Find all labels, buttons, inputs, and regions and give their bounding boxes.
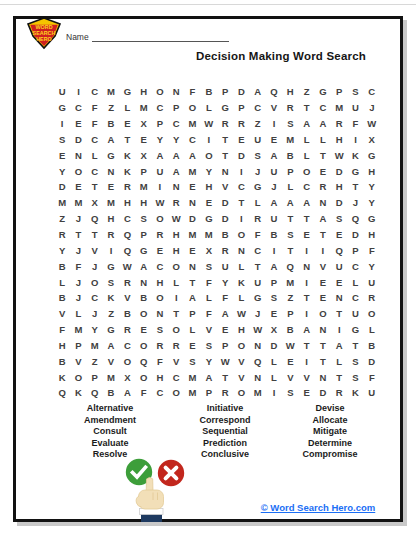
grid-cell: V <box>70 353 86 369</box>
grid-cell: N <box>331 290 347 306</box>
grid-cell: O <box>135 306 151 322</box>
grid-cell: L <box>201 100 217 116</box>
grid-cell: M <box>184 369 200 385</box>
grid-cell: C <box>87 290 103 306</box>
grid-cell: L <box>298 132 314 148</box>
grid-cell: A <box>331 338 347 354</box>
grid-cell: G <box>347 322 363 338</box>
grid-cell: E <box>135 322 151 338</box>
grid-cell: N <box>315 322 331 338</box>
logo-search-text: SEARCH <box>33 30 56 36</box>
grid-cell: K <box>54 369 70 385</box>
grid-cell: M <box>103 369 119 385</box>
grid-cell: B <box>266 227 282 243</box>
grid-cell: O <box>87 274 103 290</box>
grid-cell: Z <box>54 211 70 227</box>
grid-cell: I <box>201 132 217 148</box>
grid-cell: F <box>87 116 103 132</box>
grid-cell: Q <box>119 242 135 258</box>
grid-cell: T <box>347 179 363 195</box>
word-list-item: Determine <box>270 438 390 450</box>
grid-cell: Y <box>152 132 168 148</box>
grid-cell: H <box>135 84 151 100</box>
grid-cell: U <box>331 258 347 274</box>
grid-cell: G <box>103 322 119 338</box>
grid-cell: Z <box>298 84 314 100</box>
puzzle-title: Decision Making Word Search <box>196 50 366 62</box>
grid-cell: O <box>233 385 249 401</box>
word-search-hero-link[interactable]: © Word Search Hero.com <box>234 502 402 513</box>
grid-cell: I <box>298 306 314 322</box>
grid-cell: W <box>217 353 233 369</box>
grid-cell: F <box>152 353 168 369</box>
grid-cell: W <box>282 338 298 354</box>
grid-cell: F <box>201 306 217 322</box>
grid-cell: A <box>250 84 266 100</box>
grid-cell: S <box>184 353 200 369</box>
grid-cell: H <box>364 227 380 243</box>
grid-cell: A <box>315 116 331 132</box>
grid-cell: C <box>347 258 363 274</box>
grid-cell: S <box>54 132 70 148</box>
grid-cell: M <box>184 385 200 401</box>
grid-cell: F <box>54 322 70 338</box>
grid-cell: R <box>168 338 184 354</box>
word-list-item: Amendment <box>50 415 170 427</box>
grid-cell: T <box>298 211 314 227</box>
grid-cell: B <box>282 322 298 338</box>
word-list-column-2: InitiativeCorrespondSequentialPrediction… <box>165 403 285 461</box>
grid-cell: I <box>103 242 119 258</box>
grid-cell: J <box>364 100 380 116</box>
grid-cell: G <box>364 211 380 227</box>
grid-cell: T <box>298 290 314 306</box>
word-list-item: Initiative <box>165 403 285 415</box>
grid-cell: T <box>298 338 314 354</box>
grid-cell: E <box>184 242 200 258</box>
grid-cell: R <box>250 211 266 227</box>
grid-cell: C <box>250 100 266 116</box>
grid-cell: S <box>347 369 363 385</box>
grid-cell: F <box>347 116 363 132</box>
grid-cell: C <box>298 179 314 195</box>
grid-cell: W <box>201 116 217 132</box>
grid-cell: U <box>152 163 168 179</box>
grid-cell: I <box>266 242 282 258</box>
grid-cell: F <box>364 242 380 258</box>
grid-cell: O <box>364 306 380 322</box>
grid-cell: J <box>347 195 363 211</box>
logo-hero-text: HERO <box>36 36 52 42</box>
grid-cell: F <box>250 227 266 243</box>
grid-cell: T <box>282 242 298 258</box>
grid-cell: A <box>266 195 282 211</box>
grid-cell: F <box>364 369 380 385</box>
grid-cell: K <box>70 385 86 401</box>
grid-cell: P <box>152 116 168 132</box>
grid-cell: T <box>70 227 86 243</box>
grid-cell: B <box>135 290 151 306</box>
grid-cell: Y <box>87 322 103 338</box>
grid-cell: R <box>103 227 119 243</box>
grid-cell: T <box>87 179 103 195</box>
grid-cell: E <box>217 322 233 338</box>
grid-cell: Z <box>250 116 266 132</box>
grid-cell: I <box>152 179 168 195</box>
word-list-column-3: DeviseAllocateMitigateDetermineCompromis… <box>270 403 390 461</box>
grid-cell: O <box>70 369 86 385</box>
grid-cell: E <box>331 274 347 290</box>
grid-cell: P <box>168 100 184 116</box>
grid-cell: Y <box>168 132 184 148</box>
grid-cell: Q <box>119 227 135 243</box>
grid-cell: Y <box>201 353 217 369</box>
grid-cell: Q <box>282 258 298 274</box>
grid-cell: Q <box>54 385 70 401</box>
grid-cell: P <box>184 306 200 322</box>
grid-cell: S <box>152 322 168 338</box>
grid-cell: N <box>217 163 233 179</box>
grid-cell: H <box>152 369 168 385</box>
grid-cell: T <box>217 132 233 148</box>
grid-cell: V <box>233 353 249 369</box>
grid-cell: C <box>233 179 249 195</box>
worksheet: WORD SEARCH HERO Name Decision Making Wo… <box>13 16 403 522</box>
word-grid: UICMGHONFBPDAQHZGPSCGCFZLMCPOLGPCVRTCMUJ… <box>54 84 380 401</box>
word-list-item: Allocate <box>270 415 390 427</box>
grid-cell: V <box>217 179 233 195</box>
grid-cell: V <box>201 322 217 338</box>
grid-cell: L <box>266 353 282 369</box>
grid-cell: G <box>217 100 233 116</box>
grid-cell: C <box>87 163 103 179</box>
word-list-item: Correspond <box>165 415 285 427</box>
grid-cell: T <box>298 100 314 116</box>
grid-cell: T <box>331 369 347 385</box>
grid-cell: C <box>250 242 266 258</box>
grid-cell: W <box>233 306 249 322</box>
grid-cell: R <box>315 179 331 195</box>
grid-cell: M <box>135 179 151 195</box>
grid-cell: L <box>184 322 200 338</box>
grid-cell: Y <box>54 163 70 179</box>
grid-cell: O <box>315 306 331 322</box>
grid-cell: S <box>282 116 298 132</box>
grid-cell: G <box>119 84 135 100</box>
grid-cell: Y <box>364 179 380 195</box>
grid-cell: M <box>201 227 217 243</box>
grid-cell: J <box>266 179 282 195</box>
grid-cell: F <box>135 385 151 401</box>
grid-cell: G <box>54 100 70 116</box>
grid-cell: H <box>364 163 380 179</box>
grid-cell: L <box>347 274 363 290</box>
grid-cell: L <box>282 179 298 195</box>
word-search-hero-logo: WORD SEARCH HERO <box>26 17 62 50</box>
grid-cell: J <box>70 242 86 258</box>
grid-cell: U <box>364 274 380 290</box>
grid-cell: E <box>266 306 282 322</box>
grid-cell: A <box>168 147 184 163</box>
grid-cell: G <box>103 258 119 274</box>
grid-cell: V <box>87 242 103 258</box>
grid-cell: D <box>54 179 70 195</box>
grid-cell: X <box>266 322 282 338</box>
grid-cell: S <box>201 258 217 274</box>
grid-cell: K <box>233 274 249 290</box>
grid-cell: D <box>266 338 282 354</box>
grid-cell: Y <box>54 242 70 258</box>
grid-cell: H <box>331 132 347 148</box>
grid-cell: T <box>217 147 233 163</box>
page-top-rule <box>0 4 416 5</box>
grid-cell: S <box>282 227 298 243</box>
grid-cell: C <box>70 100 86 116</box>
grid-cell: H <box>54 338 70 354</box>
grid-cell: S <box>250 147 266 163</box>
grid-cell: A <box>168 163 184 179</box>
grid-cell: E <box>282 353 298 369</box>
grid-cell: C <box>87 84 103 100</box>
grid-cell: Q <box>135 353 151 369</box>
grid-cell: D <box>347 227 363 243</box>
grid-cell: C <box>364 84 380 100</box>
grid-cell: M <box>103 84 119 100</box>
grid-cell: O <box>298 163 314 179</box>
grid-cell: I <box>347 132 363 148</box>
grid-cell: R <box>152 338 168 354</box>
name-label: Name <box>66 32 89 42</box>
grid-cell: R <box>54 227 70 243</box>
grid-cell: X <box>87 195 103 211</box>
grid-cell: S <box>266 290 282 306</box>
grid-cell: G <box>201 211 217 227</box>
grid-cell: F <box>217 290 233 306</box>
grid-cell: E <box>315 163 331 179</box>
grid-cell: P <box>135 163 151 179</box>
grid-cell: M <box>135 100 151 116</box>
grid-cell: I <box>54 116 70 132</box>
grid-cell: N <box>152 306 168 322</box>
grid-cell: N <box>168 84 184 100</box>
grid-cell: C <box>152 385 168 401</box>
grid-cell: K <box>119 147 135 163</box>
grid-cell: I <box>266 116 282 132</box>
grid-cell: F <box>184 84 200 100</box>
grid-cell: I <box>331 322 347 338</box>
grid-cell: T <box>217 369 233 385</box>
grid-cell: G <box>135 242 151 258</box>
grid-cell: N <box>103 163 119 179</box>
grid-cell: R <box>233 116 249 132</box>
grid-cell: S <box>347 353 363 369</box>
grid-cell: R <box>331 385 347 401</box>
grid-cell: Q <box>87 211 103 227</box>
grid-cell: X <box>119 369 135 385</box>
grid-cell: T <box>315 338 331 354</box>
grid-cell: P <box>233 100 249 116</box>
grid-cell: B <box>217 227 233 243</box>
grid-cell: V <box>119 290 135 306</box>
grid-cell: H <box>282 84 298 100</box>
grid-cell: B <box>282 147 298 163</box>
grid-cell: Q <box>250 353 266 369</box>
grid-cell: O <box>184 100 200 116</box>
grid-cell: E <box>70 116 86 132</box>
grid-cell: R <box>152 227 168 243</box>
grid-cell: L <box>298 147 314 163</box>
grid-cell: U <box>364 385 380 401</box>
grid-cell: B <box>119 306 135 322</box>
grid-cell: R <box>217 116 233 132</box>
grid-cell: P <box>331 84 347 100</box>
grid-cell: K <box>119 163 135 179</box>
grid-cell: N <box>168 179 184 195</box>
grid-cell: R <box>217 242 233 258</box>
grid-cell: A <box>119 385 135 401</box>
grid-cell: Y <box>364 195 380 211</box>
grid-cell: S <box>135 211 151 227</box>
grid-cell: C <box>152 100 168 116</box>
grid-cell: P <box>282 163 298 179</box>
grid-cell: V <box>298 369 314 385</box>
grid-cell: T <box>168 306 184 322</box>
grid-cell: X <box>135 116 151 132</box>
grid-cell: V <box>315 258 331 274</box>
grid-cell: T <box>347 338 363 354</box>
grid-cell: E <box>266 132 282 148</box>
grid-cell: N <box>135 274 151 290</box>
grid-cell: C <box>315 100 331 116</box>
grid-cell: K <box>347 147 363 163</box>
grid-cell: O <box>152 211 168 227</box>
grid-cell: H <box>103 211 119 227</box>
grid-cell: L <box>315 132 331 148</box>
grid-cell: M <box>70 195 86 211</box>
grid-cell: H <box>119 195 135 211</box>
grid-cell: F <box>201 274 217 290</box>
grid-cell: C <box>184 132 200 148</box>
grid-cell: J <box>250 163 266 179</box>
grid-cell: C <box>87 132 103 148</box>
grid-cell: A <box>298 116 314 132</box>
grid-cell: N <box>298 258 314 274</box>
grid-cell: W <box>152 195 168 211</box>
grid-cell: H <box>331 179 347 195</box>
grid-cell: O <box>168 322 184 338</box>
grid-cell: O <box>168 258 184 274</box>
grid-cell: B <box>201 84 217 100</box>
grid-cell: O <box>119 353 135 369</box>
name-row: Name <box>66 30 229 42</box>
grid-cell: M <box>282 132 298 148</box>
grid-cell: I <box>315 242 331 258</box>
grid-cell: Z <box>103 100 119 116</box>
grid-cell: I <box>168 290 184 306</box>
grid-cell: A <box>184 147 200 163</box>
grid-cell: H <box>168 227 184 243</box>
grid-cell: H <box>152 274 168 290</box>
grid-cell: D <box>217 211 233 227</box>
grid-cell: E <box>331 227 347 243</box>
grid-cell: R <box>331 116 347 132</box>
grid-cell: S <box>331 211 347 227</box>
grid-cell: Y <box>364 258 380 274</box>
grid-cell: I <box>233 163 249 179</box>
grid-cell: R <box>119 179 135 195</box>
grid-cell: A <box>152 147 168 163</box>
grid-cell: G <box>315 84 331 100</box>
grid-cell: R <box>217 385 233 401</box>
grid-cell: U <box>217 258 233 274</box>
grid-cell: Q <box>266 84 282 100</box>
grid-cell: D <box>233 84 249 100</box>
grid-cell: B <box>103 385 119 401</box>
grid-cell: P <box>217 84 233 100</box>
grid-cell: I <box>70 84 86 100</box>
grid-cell: P <box>282 306 298 322</box>
grid-cell: V <box>233 369 249 385</box>
grid-cell: V <box>282 369 298 385</box>
grid-cell: S <box>347 84 363 100</box>
grid-cell: B <box>364 338 380 354</box>
grid-cell: P <box>347 242 363 258</box>
grid-cell: C <box>347 290 363 306</box>
grid-cell: A <box>282 195 298 211</box>
grid-cell: E <box>152 242 168 258</box>
grid-cell: T <box>233 195 249 211</box>
grid-cell: S <box>201 338 217 354</box>
grid-cell: K <box>347 385 363 401</box>
word-list-item: Prediction <box>165 438 285 450</box>
grid-cell: B <box>54 290 70 306</box>
grid-cell: T <box>87 227 103 243</box>
grid-cell: E <box>70 179 86 195</box>
grid-cell: A <box>266 147 282 163</box>
word-list-item: Compromise <box>270 449 390 461</box>
grid-cell: I <box>233 211 249 227</box>
grid-cell: A <box>217 306 233 322</box>
grid-cell: D <box>364 353 380 369</box>
grid-cell: C <box>152 258 168 274</box>
grid-cell: C <box>168 369 184 385</box>
grid-cell: T <box>331 306 347 322</box>
grid-cell: B <box>103 116 119 132</box>
grid-cell: M <box>184 116 200 132</box>
grid-cell: D <box>315 385 331 401</box>
grid-cell: U <box>266 163 282 179</box>
word-list-item: Alternative <box>50 403 170 415</box>
grid-cell: E <box>298 385 314 401</box>
grid-cell: L <box>54 274 70 290</box>
grid-cell: N <box>184 258 200 274</box>
grid-cell: E <box>233 132 249 148</box>
grid-cell: L <box>168 274 184 290</box>
grid-cell: E <box>298 227 314 243</box>
grid-cell: I <box>298 274 314 290</box>
grid-cell: K <box>103 290 119 306</box>
grid-cell: Q <box>87 385 103 401</box>
grid-cell: M <box>250 385 266 401</box>
grid-cell: E <box>119 116 135 132</box>
grid-cell: U <box>347 100 363 116</box>
grid-cell: U <box>54 84 70 100</box>
word-list-item: Consult <box>50 426 170 438</box>
grid-cell: I <box>266 385 282 401</box>
grid-cell: R <box>168 195 184 211</box>
grid-cell: E <box>315 274 331 290</box>
grid-cell: F <box>70 258 86 274</box>
